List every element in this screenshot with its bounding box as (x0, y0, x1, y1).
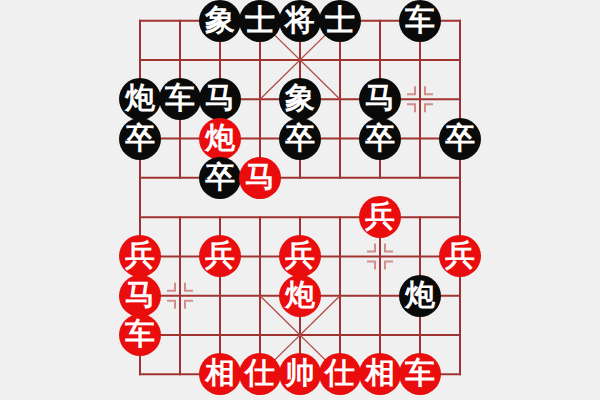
piece-red-horse[interactable]: 马 (119, 275, 161, 317)
piece-black-chariot[interactable]: 车 (399, 0, 441, 42)
piece-black-soldier[interactable]: 卒 (279, 118, 321, 160)
board-point: 士 (240, 1, 280, 40)
piece-red-soldier[interactable]: 兵 (439, 235, 481, 277)
piece-red-soldier[interactable]: 兵 (119, 235, 161, 277)
xiangqi-board: 象士将士车炮车马象马卒炮卒卒卒卒马兵兵兵兵兵马炮炮车相仕帅仕相车 (120, 1, 480, 394)
board-point: 车 (160, 80, 200, 119)
piece-red-cannon[interactable]: 炮 (279, 275, 321, 317)
piece-black-horse[interactable]: 马 (359, 78, 401, 120)
board-point: 兵 (200, 237, 240, 276)
piece-red-chariot[interactable]: 车 (399, 353, 441, 395)
piece-red-soldier[interactable]: 兵 (359, 196, 401, 238)
board-point: 象 (280, 80, 320, 119)
app-background: 象士将士车炮车马象马卒炮卒卒卒卒马兵兵兵兵兵马炮炮车相仕帅仕相车 (0, 0, 600, 400)
piece-black-soldier[interactable]: 卒 (119, 118, 161, 160)
piece-red-horse[interactable]: 马 (239, 157, 281, 199)
piece-black-soldier[interactable]: 卒 (199, 157, 241, 199)
piece-black-chariot[interactable]: 车 (159, 78, 201, 120)
board-point: 炮 (400, 276, 440, 315)
board-point: 炮 (280, 276, 320, 315)
board-point: 车 (400, 355, 440, 394)
board-point: 卒 (120, 119, 160, 158)
board-point: 卒 (280, 119, 320, 158)
board-point: 兵 (360, 197, 400, 236)
board-point: 兵 (280, 237, 320, 276)
piece-black-general[interactable]: 将 (279, 0, 321, 42)
piece-red-soldier[interactable]: 兵 (279, 235, 321, 277)
piece-red-advisor[interactable]: 仕 (239, 353, 281, 395)
board-point: 马 (200, 80, 240, 119)
piece-black-elephant[interactable]: 象 (279, 78, 321, 120)
piece-black-advisor[interactable]: 士 (239, 0, 281, 42)
piece-red-chariot[interactable]: 车 (119, 314, 161, 356)
piece-red-cannon[interactable]: 炮 (199, 118, 241, 160)
piece-red-general[interactable]: 帅 (279, 353, 321, 395)
board-point: 士 (320, 1, 360, 40)
board-point: 相 (360, 355, 400, 394)
piece-black-horse[interactable]: 马 (199, 78, 241, 120)
board-point: 将 (280, 1, 320, 40)
board-point: 兵 (440, 237, 480, 276)
piece-red-soldier[interactable]: 兵 (199, 235, 241, 277)
piece-black-cannon[interactable]: 炮 (399, 275, 441, 317)
piece-layer: 象士将士车炮车马象马卒炮卒卒卒卒马兵兵兵兵兵马炮炮车相仕帅仕相车 (120, 1, 480, 394)
board-point: 卒 (200, 158, 240, 197)
board-point: 车 (400, 1, 440, 40)
board-point: 仕 (240, 355, 280, 394)
board-point: 马 (240, 158, 280, 197)
piece-black-advisor[interactable]: 士 (319, 0, 361, 42)
board-point: 象 (200, 1, 240, 40)
piece-red-elephant[interactable]: 相 (359, 353, 401, 395)
board-point: 炮 (120, 80, 160, 119)
piece-red-advisor[interactable]: 仕 (319, 353, 361, 395)
board-point: 仕 (320, 355, 360, 394)
board-point: 帅 (280, 355, 320, 394)
board-point: 卒 (440, 119, 480, 158)
piece-black-elephant[interactable]: 象 (199, 0, 241, 42)
board-point: 炮 (200, 119, 240, 158)
piece-black-cannon[interactable]: 炮 (119, 78, 161, 120)
piece-black-soldier[interactable]: 卒 (439, 118, 481, 160)
board-point: 马 (360, 80, 400, 119)
board-point: 相 (200, 355, 240, 394)
board-point: 车 (120, 315, 160, 354)
board-point: 卒 (360, 119, 400, 158)
piece-black-soldier[interactable]: 卒 (359, 118, 401, 160)
board-point: 马 (120, 276, 160, 315)
piece-red-elephant[interactable]: 相 (199, 353, 241, 395)
board-point: 兵 (120, 237, 160, 276)
